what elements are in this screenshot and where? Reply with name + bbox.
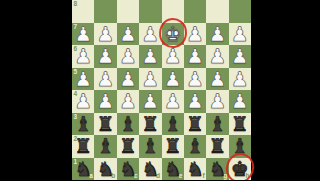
piece-white-pawn[interactable]: ♟ [97,68,115,88]
piece-white-pawn[interactable]: ♟ [119,68,137,88]
piece-white-pawn[interactable]: ♟ [97,23,115,43]
piece-white-pawn[interactable]: ♟ [231,46,249,66]
square-f6[interactable]: ♟ [184,45,206,68]
square-f4[interactable]: ♟ [184,90,206,113]
piece-black-king[interactable]: ♚ [231,158,249,178]
square-a8[interactable]: 8 [72,0,94,23]
piece-white-pawn[interactable]: ♟ [141,23,159,43]
square-h3[interactable]: ♜ [229,113,251,136]
square-a1[interactable]: 1a♞ [72,158,94,181]
piece-white-pawn[interactable]: ♟ [208,91,226,111]
piece-black-bishop[interactable]: ♝ [186,136,204,156]
piece-white-pawn[interactable]: ♟ [208,23,226,43]
square-g7[interactable]: ♟ [206,23,228,46]
square-f1[interactable]: f♞ [184,158,206,181]
square-c1[interactable]: c♞ [117,158,139,181]
square-b7[interactable]: ♟ [94,23,116,46]
piece-black-rook[interactable]: ♜ [97,113,115,133]
piece-black-bishop[interactable]: ♝ [119,113,137,133]
piece-white-pawn[interactable]: ♟ [141,91,159,111]
piece-white-pawn[interactable]: ♟ [119,46,137,66]
piece-white-pawn[interactable]: ♟ [74,23,92,43]
piece-white-pawn[interactable]: ♟ [164,91,182,111]
piece-white-pawn[interactable]: ♟ [208,46,226,66]
square-f3[interactable]: ♜ [184,113,206,136]
chess-board: 87♟♟♟♟♚♟♟♟6♟♟♟♟♟♟♟♟5♟♟♟♟♟♟♟♟4♟♟♟♟♟♟♟♟3♝♜… [72,0,251,180]
piece-black-bishop[interactable]: ♝ [97,136,115,156]
piece-white-pawn[interactable]: ♟ [141,46,159,66]
square-e5[interactable]: ♟ [162,68,184,91]
square-f8[interactable] [184,0,206,23]
piece-white-pawn[interactable]: ♟ [231,23,249,43]
piece-white-pawn[interactable]: ♟ [208,68,226,88]
piece-black-bishop[interactable]: ♝ [231,136,249,156]
square-f7[interactable]: ♟ [184,23,206,46]
square-c3[interactable]: ♝ [117,113,139,136]
square-f2[interactable]: ♝ [184,135,206,158]
piece-white-pawn[interactable]: ♟ [97,46,115,66]
square-d4[interactable]: ♟ [139,90,161,113]
square-b8[interactable] [94,0,116,23]
piece-black-knight[interactable]: ♞ [208,158,226,178]
piece-black-bishop[interactable]: ♝ [141,136,159,156]
square-e3[interactable]: ♝ [162,113,184,136]
piece-black-knight[interactable]: ♞ [164,158,182,178]
square-g6[interactable]: ♟ [206,45,228,68]
piece-black-knight[interactable]: ♞ [141,158,159,178]
square-c5[interactable]: ♟ [117,68,139,91]
piece-black-rook[interactable]: ♜ [208,136,226,156]
square-d2[interactable]: ♝ [139,135,161,158]
piece-black-bishop[interactable]: ♝ [74,113,92,133]
square-b3[interactable]: ♜ [94,113,116,136]
square-e6[interactable]: ♟ [162,45,184,68]
square-a5[interactable]: 5♟ [72,68,94,91]
square-g5[interactable]: ♟ [206,68,228,91]
square-e2[interactable]: ♜ [162,135,184,158]
square-c2[interactable]: ♜ [117,135,139,158]
square-a6[interactable]: 6♟ [72,45,94,68]
piece-white-pawn[interactable]: ♟ [186,91,204,111]
piece-white-pawn[interactable]: ♟ [74,46,92,66]
square-d7[interactable]: ♟ [139,23,161,46]
square-b4[interactable]: ♟ [94,90,116,113]
square-b1[interactable]: b♞ [94,158,116,181]
square-d1[interactable]: d♞ [139,158,161,181]
piece-black-rook[interactable]: ♜ [164,136,182,156]
piece-black-knight[interactable]: ♞ [119,158,137,178]
rank-label-8: 8 [74,1,78,8]
piece-white-pawn[interactable]: ♟ [186,23,204,43]
video-thumbnail-canvas: 87♟♟♟♟♚♟♟♟6♟♟♟♟♟♟♟♟5♟♟♟♟♟♟♟♟4♟♟♟♟♟♟♟♟3♝♜… [0,0,320,180]
square-b6[interactable]: ♟ [94,45,116,68]
piece-black-bishop[interactable]: ♝ [208,113,226,133]
piece-black-rook[interactable]: ♜ [119,136,137,156]
square-f5[interactable]: ♟ [184,68,206,91]
piece-white-pawn[interactable]: ♟ [119,23,137,43]
square-g4[interactable]: ♟ [206,90,228,113]
square-h4[interactable]: ♟ [229,90,251,113]
square-a4[interactable]: 4♟ [72,90,94,113]
square-h7[interactable]: ♟ [229,23,251,46]
square-c7[interactable]: ♟ [117,23,139,46]
piece-white-pawn[interactable]: ♟ [97,91,115,111]
square-e1[interactable]: e♞ [162,158,184,181]
piece-white-pawn[interactable]: ♟ [231,91,249,111]
square-a2[interactable]: 2♜ [72,135,94,158]
square-g3[interactable]: ♝ [206,113,228,136]
piece-white-pawn[interactable]: ♟ [231,68,249,88]
square-b2[interactable]: ♝ [94,135,116,158]
piece-black-knight[interactable]: ♞ [97,158,115,178]
square-c8[interactable] [117,0,139,23]
square-d3[interactable]: ♜ [139,113,161,136]
square-c6[interactable]: ♟ [117,45,139,68]
piece-white-pawn[interactable]: ♟ [141,68,159,88]
square-g1[interactable]: g♞ [206,158,228,181]
piece-white-pawn[interactable]: ♟ [164,68,182,88]
square-e7[interactable]: ♚ [162,23,184,46]
square-b5[interactable]: ♟ [94,68,116,91]
piece-black-knight[interactable]: ♞ [74,158,92,178]
square-g8[interactable] [206,0,228,23]
piece-white-pawn[interactable]: ♟ [74,68,92,88]
square-d5[interactable]: ♟ [139,68,161,91]
piece-white-pawn[interactable]: ♟ [119,91,137,111]
square-h6[interactable]: ♟ [229,45,251,68]
piece-white-pawn[interactable]: ♟ [74,91,92,111]
piece-white-king[interactable]: ♚ [164,23,182,43]
piece-black-rook[interactable]: ♜ [186,113,204,133]
piece-white-pawn[interactable]: ♟ [186,68,204,88]
piece-black-rook[interactable]: ♜ [74,136,92,156]
piece-black-rook[interactable]: ♜ [231,113,249,133]
square-e4[interactable]: ♟ [162,90,184,113]
piece-black-bishop[interactable]: ♝ [164,113,182,133]
square-a3[interactable]: 3♝ [72,113,94,136]
piece-black-rook[interactable]: ♜ [141,113,159,133]
square-a7[interactable]: 7♟ [72,23,94,46]
square-h1[interactable]: h♚ [229,158,251,181]
square-h5[interactable]: ♟ [229,68,251,91]
square-e8[interactable] [162,0,184,23]
piece-white-pawn[interactable]: ♟ [186,46,204,66]
piece-white-pawn[interactable]: ♟ [164,46,182,66]
square-g2[interactable]: ♜ [206,135,228,158]
piece-black-knight[interactable]: ♞ [186,158,204,178]
square-d8[interactable] [139,0,161,23]
square-c4[interactable]: ♟ [117,90,139,113]
square-h2[interactable]: ♝ [229,135,251,158]
square-h8[interactable] [229,0,251,23]
square-d6[interactable]: ♟ [139,45,161,68]
